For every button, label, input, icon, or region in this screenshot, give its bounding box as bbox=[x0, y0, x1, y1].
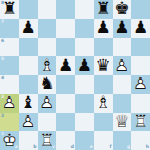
square-d3[interactable] bbox=[56, 94, 75, 113]
square-e5[interactable]: ♟ bbox=[75, 56, 94, 75]
square-a4[interactable]: 4 bbox=[0, 75, 19, 94]
square-f8[interactable]: ♜ bbox=[94, 0, 113, 19]
coord-rank-4: 4 bbox=[1, 76, 4, 81]
square-g3[interactable] bbox=[113, 94, 132, 113]
black-queen[interactable]: ♛ bbox=[94, 56, 113, 75]
coord-file-d: d bbox=[71, 145, 74, 150]
square-g7[interactable]: ♟ bbox=[113, 19, 132, 38]
white-pawn[interactable]: ♟♙ bbox=[19, 113, 38, 132]
chess-board: 8♜♜♚7♟♟♟♟65♝♗♟♟♛♟♙4♞♟♙3♟♙♝♟♙♝♗2♟♙♛♕♜♖1a♚… bbox=[0, 0, 150, 150]
square-g6[interactable] bbox=[113, 38, 132, 57]
black-pawn[interactable]: ♟ bbox=[131, 19, 150, 38]
square-c1[interactable]: c♜♖ bbox=[38, 131, 57, 150]
square-d6[interactable] bbox=[56, 38, 75, 57]
white-pawn[interactable]: ♟♙ bbox=[131, 75, 150, 94]
square-f1[interactable]: f bbox=[94, 131, 113, 150]
coord-rank-7: 7 bbox=[1, 20, 4, 25]
black-pawn[interactable]: ♟ bbox=[75, 56, 94, 75]
coord-rank-2: 2 bbox=[1, 114, 4, 119]
black-rook[interactable]: ♜ bbox=[0, 0, 19, 19]
square-g8[interactable]: ♚ bbox=[113, 0, 132, 19]
white-bishop[interactable]: ♝♗ bbox=[38, 56, 57, 75]
square-e6[interactable] bbox=[75, 38, 94, 57]
square-b1[interactable]: b bbox=[19, 131, 38, 150]
square-e2[interactable] bbox=[75, 113, 94, 132]
square-f3[interactable]: ♝♗ bbox=[94, 94, 113, 113]
coord-rank-5: 5 bbox=[1, 57, 4, 62]
white-queen[interactable]: ♛♕ bbox=[113, 113, 132, 132]
coord-file-e: e bbox=[90, 145, 93, 150]
black-pawn[interactable]: ♟ bbox=[94, 19, 113, 38]
square-c2[interactable] bbox=[38, 113, 57, 132]
white-rook[interactable]: ♜♖ bbox=[131, 113, 150, 132]
square-h7[interactable]: ♟ bbox=[131, 19, 150, 38]
square-f5[interactable]: ♛ bbox=[94, 56, 113, 75]
black-pawn[interactable]: ♟ bbox=[19, 19, 38, 38]
white-pawn[interactable]: ♟♙ bbox=[38, 94, 57, 113]
square-h3[interactable] bbox=[131, 94, 150, 113]
square-e3[interactable] bbox=[75, 94, 94, 113]
square-h2[interactable]: ♜♖ bbox=[131, 113, 150, 132]
square-d5[interactable]: ♟ bbox=[56, 56, 75, 75]
square-c4[interactable]: ♞ bbox=[38, 75, 57, 94]
square-b8[interactable] bbox=[19, 0, 38, 19]
coord-file-h: h bbox=[146, 145, 149, 150]
square-g5[interactable]: ♟♙ bbox=[113, 56, 132, 75]
square-e1[interactable]: e bbox=[75, 131, 94, 150]
square-d8[interactable] bbox=[56, 0, 75, 19]
square-b3[interactable]: ♝ bbox=[19, 94, 38, 113]
square-b5[interactable] bbox=[19, 56, 38, 75]
square-a7[interactable]: 7 bbox=[0, 19, 19, 38]
square-a5[interactable]: 5 bbox=[0, 56, 19, 75]
coord-rank-6: 6 bbox=[1, 39, 4, 44]
black-bishop[interactable]: ♝ bbox=[19, 94, 38, 113]
black-king[interactable]: ♚ bbox=[113, 0, 132, 19]
square-b4[interactable] bbox=[19, 75, 38, 94]
board-container: 8♜♜♚7♟♟♟♟65♝♗♟♟♛♟♙4♞♟♙3♟♙♝♟♙♝♗2♟♙♛♕♜♖1a♚… bbox=[0, 0, 150, 150]
square-b2[interactable]: ♟♙ bbox=[19, 113, 38, 132]
coord-file-g: g bbox=[127, 145, 130, 150]
square-e4[interactable] bbox=[75, 75, 94, 94]
square-a1[interactable]: 1a♚♔ bbox=[0, 131, 19, 150]
white-bishop[interactable]: ♝♗ bbox=[94, 94, 113, 113]
square-a8[interactable]: 8♜ bbox=[0, 0, 19, 19]
square-f2[interactable] bbox=[94, 113, 113, 132]
square-d2[interactable] bbox=[56, 113, 75, 132]
white-pawn[interactable]: ♟♙ bbox=[113, 56, 132, 75]
square-g4[interactable] bbox=[113, 75, 132, 94]
black-pawn[interactable]: ♟ bbox=[56, 56, 75, 75]
square-a6[interactable]: 6 bbox=[0, 38, 19, 57]
square-h4[interactable]: ♟♙ bbox=[131, 75, 150, 94]
square-a3[interactable]: 3♟♙ bbox=[0, 94, 19, 113]
square-c6[interactable] bbox=[38, 38, 57, 57]
black-rook[interactable]: ♜ bbox=[94, 0, 113, 19]
square-h8[interactable] bbox=[131, 0, 150, 19]
square-c3[interactable]: ♟♙ bbox=[38, 94, 57, 113]
square-a2[interactable]: 2 bbox=[0, 113, 19, 132]
white-rook[interactable]: ♜♖ bbox=[38, 131, 57, 150]
black-knight[interactable]: ♞ bbox=[38, 75, 57, 94]
square-f6[interactable] bbox=[94, 38, 113, 57]
square-e8[interactable] bbox=[75, 0, 94, 19]
square-e7[interactable] bbox=[75, 19, 94, 38]
square-h5[interactable] bbox=[131, 56, 150, 75]
square-g1[interactable]: g bbox=[113, 131, 132, 150]
square-d1[interactable]: d bbox=[56, 131, 75, 150]
coord-file-f: f bbox=[110, 145, 112, 150]
white-pawn[interactable]: ♟♙ bbox=[0, 94, 19, 113]
square-h6[interactable] bbox=[131, 38, 150, 57]
square-d4[interactable] bbox=[56, 75, 75, 94]
coord-file-b: b bbox=[33, 145, 36, 150]
square-g2[interactable]: ♛♕ bbox=[113, 113, 132, 132]
square-b7[interactable]: ♟ bbox=[19, 19, 38, 38]
square-c7[interactable] bbox=[38, 19, 57, 38]
square-d7[interactable] bbox=[56, 19, 75, 38]
white-king[interactable]: ♚♔ bbox=[0, 131, 19, 150]
black-pawn[interactable]: ♟ bbox=[113, 19, 132, 38]
square-f4[interactable] bbox=[94, 75, 113, 94]
square-c8[interactable] bbox=[38, 0, 57, 19]
square-b6[interactable] bbox=[19, 38, 38, 57]
square-c5[interactable]: ♝♗ bbox=[38, 56, 57, 75]
square-h1[interactable]: h bbox=[131, 131, 150, 150]
square-f7[interactable]: ♟ bbox=[94, 19, 113, 38]
